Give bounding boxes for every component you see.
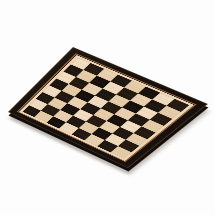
product-photo xyxy=(0,0,215,215)
chess-board xyxy=(8,47,208,168)
